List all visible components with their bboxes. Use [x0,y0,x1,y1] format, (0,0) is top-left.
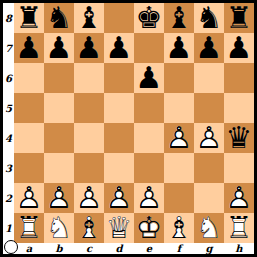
black-piece-body: ♟ [14,33,44,63]
square-a7[interactable]: ♟ [14,33,44,63]
file-label-e: e [134,243,164,254]
file-label-b: b [44,243,74,254]
piece-black-pawn: ♟ [104,33,134,63]
square-c6[interactable] [74,63,104,93]
piece-black-pawn: ♟ [44,33,74,63]
square-e5[interactable] [134,93,164,123]
square-e6[interactable]: ♟ [134,63,164,93]
black-piece-body: ♟ [164,33,194,63]
piece-black-pawn: ♟ [194,33,224,63]
square-g1[interactable]: ♞♘ [194,213,224,243]
piece-black-knight: ♞ [44,3,74,33]
square-a3[interactable] [14,153,44,183]
white-piece-outline: ♙ [134,183,164,213]
square-b6[interactable] [44,63,74,93]
square-a2[interactable]: ♟♙ [14,183,44,213]
rank-label-2: 2 [3,183,14,213]
square-e7[interactable] [134,33,164,63]
piece-white-pawn: ♟♙ [14,183,44,213]
square-a8[interactable]: ♜ [14,3,44,33]
square-h4[interactable]: ♛ [224,123,254,153]
white-piece-outline: ♘ [194,213,224,243]
square-b4[interactable] [44,123,74,153]
piece-black-pawn: ♟ [164,33,194,63]
piece-black-pawn: ♟ [224,33,254,63]
file-label-a: a [14,243,44,254]
square-g3[interactable] [194,153,224,183]
square-h6[interactable] [224,63,254,93]
white-piece-outline: ♙ [14,183,44,213]
black-piece-body: ♟ [134,63,164,93]
rank-label-1: 1 [3,213,14,243]
square-b5[interactable] [44,93,74,123]
white-piece-outline: ♗ [74,213,104,243]
square-a1[interactable]: ♜♖ [14,213,44,243]
file-labels: abcdefgh [14,243,254,254]
square-f3[interactable] [164,153,194,183]
white-piece-outline: ♙ [104,183,134,213]
square-e2[interactable]: ♟♙ [134,183,164,213]
black-piece-body: ♛ [224,123,254,153]
piece-white-queen: ♛♕ [104,213,134,243]
square-g8[interactable]: ♞ [194,3,224,33]
square-e4[interactable] [134,123,164,153]
square-d4[interactable] [104,123,134,153]
white-piece-outline: ♙ [194,123,224,153]
square-f7[interactable]: ♟ [164,33,194,63]
square-e1[interactable]: ♚♔ [134,213,164,243]
square-f8[interactable]: ♝ [164,3,194,33]
file-label-f: f [164,243,194,254]
square-e3[interactable] [134,153,164,183]
board: ♜♞♝♚♝♞♜♟♟♟♟♟♟♟♟♟♙♟♙♛♟♙♟♙♟♙♟♙♟♙♟♙♜♖♞♘♝♗♛♕… [14,3,254,243]
white-piece-outline: ♔ [134,213,164,243]
square-g4[interactable]: ♟♙ [194,123,224,153]
side-to-move-indicator [4,240,18,254]
rank-label-5: 5 [3,93,14,123]
rank-label-4: 4 [3,123,14,153]
square-f5[interactable] [164,93,194,123]
piece-white-king: ♚♔ [134,213,164,243]
black-piece-body: ♞ [194,3,224,33]
square-h3[interactable] [224,153,254,183]
piece-white-knight: ♞♘ [194,213,224,243]
square-c8[interactable]: ♝ [74,3,104,33]
black-piece-body: ♟ [44,33,74,63]
piece-black-rook: ♜ [14,3,44,33]
rank-label-3: 3 [3,153,14,183]
piece-white-bishop: ♝♗ [74,213,104,243]
black-piece-body: ♜ [224,3,254,33]
square-d8[interactable] [104,3,134,33]
file-label-g: g [194,243,224,254]
white-piece-outline: ♙ [224,183,254,213]
square-c5[interactable] [74,93,104,123]
white-piece-outline: ♙ [44,183,74,213]
square-e8[interactable]: ♚ [134,3,164,33]
square-g7[interactable]: ♟ [194,33,224,63]
piece-white-pawn: ♟♙ [74,183,104,213]
square-g5[interactable] [194,93,224,123]
square-f2[interactable] [164,183,194,213]
square-a4[interactable] [14,123,44,153]
white-piece-outline: ♙ [74,183,104,213]
square-b7[interactable]: ♟ [44,33,74,63]
piece-black-king: ♚ [134,3,164,33]
piece-white-pawn: ♟♙ [134,183,164,213]
white-piece-outline: ♖ [224,213,254,243]
white-piece-outline: ♙ [164,123,194,153]
rank-label-8: 8 [3,3,14,33]
piece-black-pawn: ♟ [14,33,44,63]
piece-white-rook: ♜♖ [14,213,44,243]
rank-labels: 87654321 [3,3,14,243]
square-g6[interactable] [194,63,224,93]
square-d7[interactable]: ♟ [104,33,134,63]
white-piece-outline: ♖ [14,213,44,243]
black-piece-body: ♟ [194,33,224,63]
square-c3[interactable] [74,153,104,183]
square-b2[interactable]: ♟♙ [44,183,74,213]
square-c7[interactable]: ♟ [74,33,104,63]
black-piece-body: ♟ [74,33,104,63]
rank-label-7: 7 [3,33,14,63]
black-piece-body: ♝ [164,3,194,33]
square-g2[interactable] [194,183,224,213]
square-d1[interactable]: ♛♕ [104,213,134,243]
square-h7[interactable]: ♟ [224,33,254,63]
black-piece-body: ♚ [134,3,164,33]
file-label-h: h [224,243,254,254]
file-label-d: d [104,243,134,254]
square-h5[interactable] [224,93,254,123]
square-d6[interactable] [104,63,134,93]
square-f6[interactable] [164,63,194,93]
rank-label-6: 6 [3,63,14,93]
square-b1[interactable]: ♞♘ [44,213,74,243]
piece-white-knight: ♞♘ [44,213,74,243]
chess-board-diagram: 87654321 ♜♞♝♚♝♞♜♟♟♟♟♟♟♟♟♟♙♟♙♛♟♙♟♙♟♙♟♙♟♙♟… [0,0,257,257]
black-piece-body: ♜ [14,3,44,33]
black-piece-body: ♟ [224,33,254,63]
piece-black-pawn: ♟ [74,33,104,63]
square-c2[interactable]: ♟♙ [74,183,104,213]
piece-white-pawn: ♟♙ [104,183,134,213]
piece-white-pawn: ♟♙ [164,123,194,153]
square-c1[interactable]: ♝♗ [74,213,104,243]
piece-white-rook: ♜♖ [224,213,254,243]
square-a6[interactable] [14,63,44,93]
piece-black-bishop: ♝ [164,3,194,33]
piece-white-bishop: ♝♗ [164,213,194,243]
square-d5[interactable] [104,93,134,123]
square-h1[interactable]: ♜♖ [224,213,254,243]
piece-white-pawn: ♟♙ [224,183,254,213]
square-c4[interactable] [74,123,104,153]
black-piece-body: ♝ [74,3,104,33]
square-h2[interactable]: ♟♙ [224,183,254,213]
white-piece-outline: ♕ [104,213,134,243]
piece-black-knight: ♞ [194,3,224,33]
black-piece-body: ♟ [104,33,134,63]
square-d3[interactable] [104,153,134,183]
square-b8[interactable]: ♞ [44,3,74,33]
piece-black-rook: ♜ [224,3,254,33]
square-a5[interactable] [14,93,44,123]
piece-black-bishop: ♝ [74,3,104,33]
white-piece-outline: ♘ [44,213,74,243]
piece-black-pawn: ♟ [134,63,164,93]
piece-white-pawn: ♟♙ [44,183,74,213]
square-h8[interactable]: ♜ [224,3,254,33]
square-f1[interactable]: ♝♗ [164,213,194,243]
piece-black-queen: ♛ [224,123,254,153]
piece-white-pawn: ♟♙ [194,123,224,153]
white-piece-outline: ♗ [164,213,194,243]
square-d2[interactable]: ♟♙ [104,183,134,213]
square-f4[interactable]: ♟♙ [164,123,194,153]
file-label-c: c [74,243,104,254]
square-b3[interactable] [44,153,74,183]
black-piece-body: ♞ [44,3,74,33]
